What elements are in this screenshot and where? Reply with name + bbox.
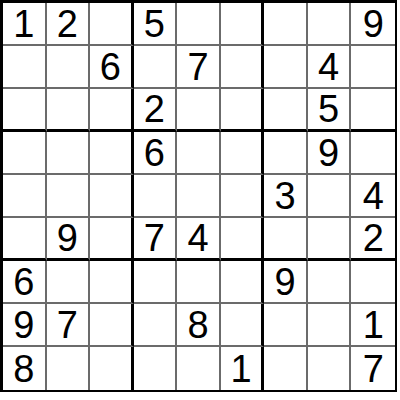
cell-r8c3[interactable]: [90, 304, 134, 347]
cell-r3c1[interactable]: [3, 89, 47, 132]
cell-r6c4: 7: [134, 218, 178, 261]
cell-r7c3[interactable]: [90, 261, 134, 304]
cell-r1c4: 5: [134, 3, 178, 46]
cell-r4c9[interactable]: [351, 132, 395, 175]
cell-r2c3: 6: [90, 46, 134, 89]
cell-r2c1[interactable]: [3, 46, 47, 89]
cell-r9c6: 1: [221, 347, 265, 390]
cell-r5c6[interactable]: [221, 175, 265, 218]
cell-r3c4: 2: [134, 89, 178, 132]
cell-r9c9: 7: [351, 347, 395, 390]
cell-r2c5: 7: [177, 46, 221, 89]
cell-r2c8: 4: [308, 46, 352, 89]
cell-r1c7[interactable]: [264, 3, 308, 46]
sudoku-board: 12596742569349742699781817: [0, 0, 397, 392]
cell-r2c6[interactable]: [221, 46, 265, 89]
cell-r9c7[interactable]: [264, 347, 308, 390]
cell-r3c6[interactable]: [221, 89, 265, 132]
cell-r6c2: 9: [47, 218, 91, 261]
cell-r9c1: 8: [3, 347, 47, 390]
cell-r3c9[interactable]: [351, 89, 395, 132]
cell-r8c9: 1: [351, 304, 395, 347]
cell-r6c1[interactable]: [3, 218, 47, 261]
cell-r2c7[interactable]: [264, 46, 308, 89]
cell-r8c6[interactable]: [221, 304, 265, 347]
cell-r8c2: 7: [47, 304, 91, 347]
cell-r1c1: 1: [3, 3, 47, 46]
cell-r5c7: 3: [264, 175, 308, 218]
cell-r9c3[interactable]: [90, 347, 134, 390]
cell-r4c8: 9: [308, 132, 352, 175]
cell-r6c5: 4: [177, 218, 221, 261]
cell-r2c4[interactable]: [134, 46, 178, 89]
cell-r5c9: 4: [351, 175, 395, 218]
cell-r1c8[interactable]: [308, 3, 352, 46]
cell-r9c8[interactable]: [308, 347, 352, 390]
cell-r1c6[interactable]: [221, 3, 265, 46]
cell-r4c7[interactable]: [264, 132, 308, 175]
cell-r6c6[interactable]: [221, 218, 265, 261]
cell-r8c5: 8: [177, 304, 221, 347]
cell-r7c1: 6: [3, 261, 47, 304]
cell-r5c5[interactable]: [177, 175, 221, 218]
cell-r6c8[interactable]: [308, 218, 352, 261]
cell-r7c7: 9: [264, 261, 308, 304]
cell-r6c3[interactable]: [90, 218, 134, 261]
cell-r7c8[interactable]: [308, 261, 352, 304]
cell-r5c8[interactable]: [308, 175, 352, 218]
sudoku-page: 12596742569349742699781817: [0, 0, 400, 400]
cell-r6c9: 2: [351, 218, 395, 261]
cell-r4c3[interactable]: [90, 132, 134, 175]
cell-r5c4[interactable]: [134, 175, 178, 218]
cell-r4c2[interactable]: [47, 132, 91, 175]
cell-r3c3[interactable]: [90, 89, 134, 132]
cell-r5c2[interactable]: [47, 175, 91, 218]
cell-r8c7[interactable]: [264, 304, 308, 347]
cell-r9c2[interactable]: [47, 347, 91, 390]
cell-r4c5[interactable]: [177, 132, 221, 175]
cell-r8c8[interactable]: [308, 304, 352, 347]
cell-r3c8: 5: [308, 89, 352, 132]
cell-r9c4[interactable]: [134, 347, 178, 390]
cell-r8c4[interactable]: [134, 304, 178, 347]
cell-r6c7[interactable]: [264, 218, 308, 261]
cell-r3c5[interactable]: [177, 89, 221, 132]
cell-r8c1: 9: [3, 304, 47, 347]
cell-r4c6[interactable]: [221, 132, 265, 175]
cell-r7c5[interactable]: [177, 261, 221, 304]
cell-r1c3[interactable]: [90, 3, 134, 46]
cell-r7c4[interactable]: [134, 261, 178, 304]
cell-r5c1[interactable]: [3, 175, 47, 218]
cell-r7c2[interactable]: [47, 261, 91, 304]
cell-r1c2: 2: [47, 3, 91, 46]
cell-r7c9[interactable]: [351, 261, 395, 304]
cell-r1c9: 9: [351, 3, 395, 46]
cell-r1c5[interactable]: [177, 3, 221, 46]
cell-r2c2[interactable]: [47, 46, 91, 89]
cell-r3c7[interactable]: [264, 89, 308, 132]
cell-r9c5[interactable]: [177, 347, 221, 390]
cell-r5c3[interactable]: [90, 175, 134, 218]
cell-r7c6[interactable]: [221, 261, 265, 304]
cell-r3c2[interactable]: [47, 89, 91, 132]
cell-r2c9[interactable]: [351, 46, 395, 89]
cell-r4c1[interactable]: [3, 132, 47, 175]
cell-r4c4: 6: [134, 132, 178, 175]
